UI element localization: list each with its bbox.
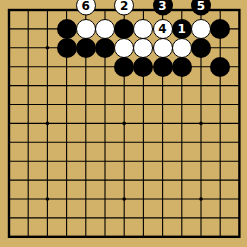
white-stone (95, 19, 115, 39)
intersection (115, 152, 134, 171)
move-3-stone: 3 (153, 0, 173, 16)
intersection (115, 227, 134, 246)
intersection (134, 227, 153, 246)
intersection (0, 95, 19, 114)
intersection (19, 95, 38, 114)
intersection (172, 95, 191, 114)
intersection (115, 38, 134, 57)
intersection (19, 133, 38, 152)
black-stone (95, 38, 115, 58)
intersection (230, 227, 247, 246)
intersection (95, 1, 114, 20)
intersection (0, 133, 19, 152)
white-stone (153, 38, 173, 58)
intersection (134, 57, 153, 76)
go-board[interactable]: 623541 (0, 1, 247, 247)
move-4-stone: 4 (153, 19, 173, 39)
stone-label: 2 (120, 0, 128, 12)
stone-label: 5 (197, 0, 205, 12)
intersection (134, 171, 153, 190)
intersection (153, 171, 172, 190)
intersection (76, 189, 95, 208)
intersection (38, 114, 57, 133)
intersection: 5 (191, 1, 210, 20)
intersection (153, 152, 172, 171)
intersection (38, 152, 57, 171)
intersection (38, 189, 57, 208)
intersection (210, 189, 229, 208)
move-1-stone: 1 (172, 19, 192, 39)
intersection (38, 208, 57, 227)
intersection (153, 57, 172, 76)
intersection (19, 38, 38, 57)
intersection (57, 76, 76, 95)
intersection (191, 114, 210, 133)
intersection (57, 133, 76, 152)
intersection (191, 152, 210, 171)
intersection (0, 1, 19, 20)
intersection (230, 57, 247, 76)
intersection (57, 171, 76, 190)
intersection (134, 38, 153, 57)
intersection (172, 189, 191, 208)
intersection (38, 19, 57, 38)
intersection (0, 152, 19, 171)
go-diagram: 623541 (0, 0, 247, 247)
stone-label: 1 (178, 23, 186, 35)
intersection (115, 95, 134, 114)
intersection (76, 114, 95, 133)
intersection (230, 114, 247, 133)
intersection (115, 189, 134, 208)
intersection (57, 208, 76, 227)
intersection (76, 57, 95, 76)
intersection (134, 1, 153, 20)
intersection (230, 189, 247, 208)
intersection (153, 114, 172, 133)
black-stone (114, 57, 134, 77)
intersection (172, 152, 191, 171)
intersection (172, 1, 191, 20)
intersection (115, 133, 134, 152)
intersection (191, 19, 210, 38)
intersection (38, 171, 57, 190)
intersection (210, 227, 229, 246)
intersection (95, 133, 114, 152)
intersection: 3 (153, 1, 172, 20)
intersection (19, 152, 38, 171)
intersection (38, 95, 57, 114)
intersection (76, 171, 95, 190)
intersection (230, 152, 247, 171)
intersection (76, 133, 95, 152)
white-stone (133, 19, 153, 39)
black-stone (76, 38, 96, 58)
intersection (19, 171, 38, 190)
intersection (19, 76, 38, 95)
intersection (230, 38, 247, 57)
intersection (172, 114, 191, 133)
intersection (191, 189, 210, 208)
intersection (115, 114, 134, 133)
move-5-stone: 5 (191, 0, 211, 16)
intersection (172, 208, 191, 227)
intersection (210, 171, 229, 190)
intersection (134, 114, 153, 133)
intersection (76, 95, 95, 114)
intersection (210, 152, 229, 171)
intersection (191, 95, 210, 114)
intersection (38, 227, 57, 246)
intersection: 2 (115, 1, 134, 20)
intersection (57, 114, 76, 133)
intersection (172, 171, 191, 190)
white-stone (133, 38, 153, 58)
intersection (95, 171, 114, 190)
white-stone (76, 19, 96, 39)
intersection (76, 208, 95, 227)
intersection (172, 133, 191, 152)
intersection (57, 19, 76, 38)
intersection (19, 114, 38, 133)
intersection (115, 57, 134, 76)
black-stone (57, 19, 77, 39)
intersection (210, 133, 229, 152)
intersection (76, 152, 95, 171)
intersection (115, 208, 134, 227)
intersection (230, 76, 247, 95)
intersection (172, 57, 191, 76)
intersection (210, 57, 229, 76)
intersection (230, 208, 247, 227)
intersection (191, 38, 210, 57)
intersection (191, 133, 210, 152)
intersection (38, 76, 57, 95)
intersection (0, 19, 19, 38)
intersection (230, 1, 247, 20)
intersection (172, 76, 191, 95)
intersection (19, 208, 38, 227)
intersection (191, 76, 210, 95)
intersection (76, 76, 95, 95)
intersection (0, 114, 19, 133)
intersection (19, 57, 38, 76)
intersection (0, 189, 19, 208)
intersection (38, 133, 57, 152)
intersection (57, 38, 76, 57)
intersection (95, 38, 114, 57)
intersection (19, 19, 38, 38)
intersection (230, 95, 247, 114)
intersection (134, 19, 153, 38)
white-stone (172, 38, 192, 58)
intersection (134, 152, 153, 171)
intersection (153, 208, 172, 227)
black-stone (191, 38, 211, 58)
intersection (115, 19, 134, 38)
intersection (210, 76, 229, 95)
intersection (115, 76, 134, 95)
intersection: 1 (172, 19, 191, 38)
intersection (0, 171, 19, 190)
intersection (191, 208, 210, 227)
intersection (134, 76, 153, 95)
black-stone (153, 57, 173, 77)
black-stone (57, 38, 77, 58)
move-6-stone: 6 (76, 0, 96, 16)
intersection (57, 1, 76, 20)
intersection (95, 19, 114, 38)
stone-label: 4 (158, 23, 166, 35)
intersection (115, 171, 134, 190)
intersection (172, 227, 191, 246)
intersection (0, 227, 19, 246)
intersection (19, 189, 38, 208)
intersection (210, 38, 229, 57)
black-stone (172, 57, 192, 77)
intersection (153, 133, 172, 152)
intersection (95, 57, 114, 76)
white-stone (114, 38, 134, 58)
intersection (0, 208, 19, 227)
stone-label: 6 (82, 0, 90, 12)
intersection (19, 1, 38, 20)
intersection (153, 38, 172, 57)
intersection (230, 133, 247, 152)
intersection (95, 114, 114, 133)
intersection (95, 208, 114, 227)
intersection (57, 95, 76, 114)
intersection (0, 38, 19, 57)
intersection (95, 227, 114, 246)
intersection (19, 227, 38, 246)
intersection (95, 152, 114, 171)
intersection (210, 19, 229, 38)
intersection (76, 227, 95, 246)
intersection (153, 95, 172, 114)
black-stone (114, 19, 134, 39)
intersection (134, 95, 153, 114)
black-stone (210, 57, 230, 77)
intersection: 4 (153, 19, 172, 38)
intersection (210, 95, 229, 114)
intersection (57, 57, 76, 76)
intersection (230, 171, 247, 190)
intersection (38, 38, 57, 57)
intersection (57, 152, 76, 171)
intersection (134, 133, 153, 152)
intersection (191, 227, 210, 246)
intersection (0, 57, 19, 76)
intersection (134, 208, 153, 227)
intersection (95, 95, 114, 114)
move-2-stone: 2 (114, 0, 134, 16)
intersection (191, 57, 210, 76)
intersection (57, 227, 76, 246)
intersection (210, 114, 229, 133)
intersection (0, 76, 19, 95)
intersection (172, 38, 191, 57)
intersection (153, 76, 172, 95)
intersection (76, 19, 95, 38)
intersection (95, 189, 114, 208)
intersection (153, 227, 172, 246)
white-stone (191, 19, 211, 39)
intersection (134, 189, 153, 208)
intersection (38, 1, 57, 20)
intersection (57, 189, 76, 208)
intersection (95, 76, 114, 95)
black-stone (210, 19, 230, 39)
intersection (38, 57, 57, 76)
black-stone (133, 57, 153, 77)
intersection (230, 19, 247, 38)
intersection (191, 171, 210, 190)
intersection (210, 208, 229, 227)
intersection: 6 (76, 1, 95, 20)
intersection (153, 189, 172, 208)
intersection (210, 1, 229, 20)
stone-label: 3 (158, 0, 166, 12)
intersection (76, 38, 95, 57)
